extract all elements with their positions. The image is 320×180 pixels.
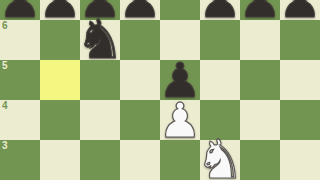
square-e7[interactable] [160,0,200,20]
rank-label-4: 4 [2,101,8,111]
square-d6[interactable] [120,20,160,60]
square-b3[interactable] [40,140,80,180]
square-f5[interactable] [200,60,240,100]
square-e4[interactable]: ♟ [160,100,200,140]
square-h6[interactable] [280,20,320,60]
square-f7[interactable]: ♟ [200,0,240,20]
piece-white-pawn-e4[interactable]: ♟ [160,100,200,140]
square-h5[interactable] [280,60,320,100]
square-a3[interactable]: 3 [0,140,40,180]
board-viewport: ♟♟♟♟♟♟♟6♞5♟4♟3♞ [0,0,320,180]
chess-board: ♟♟♟♟♟♟♟6♞5♟4♟3♞ [0,0,320,180]
square-a6[interactable]: 6 [0,20,40,60]
piece-black-pawn-b7[interactable]: ♟ [40,0,80,20]
square-d3[interactable] [120,140,160,180]
piece-black-pawn-a7[interactable]: ♟ [0,0,40,20]
square-d4[interactable] [120,100,160,140]
piece-black-knight-c6[interactable]: ♞ [80,20,120,60]
square-f3[interactable]: ♞ [200,140,240,180]
square-a5[interactable]: 5 [0,60,40,100]
square-g3[interactable] [240,140,280,180]
square-b5[interactable] [40,60,80,100]
piece-white-knight-f3[interactable]: ♞ [200,140,240,180]
square-h3[interactable] [280,140,320,180]
piece-black-pawn-g7[interactable]: ♟ [240,0,280,20]
square-e3[interactable] [160,140,200,180]
square-d5[interactable] [120,60,160,100]
square-g4[interactable] [240,100,280,140]
piece-black-pawn-f7[interactable]: ♟ [200,0,240,20]
piece-black-pawn-h7[interactable]: ♟ [280,0,320,20]
square-b7[interactable]: ♟ [40,0,80,20]
square-a7[interactable]: ♟ [0,0,40,20]
piece-black-pawn-d7[interactable]: ♟ [120,0,160,20]
square-h4[interactable] [280,100,320,140]
square-c3[interactable] [80,140,120,180]
rank-label-6: 6 [2,21,8,31]
rank-label-3: 3 [2,141,8,151]
square-g6[interactable] [240,20,280,60]
square-g7[interactable]: ♟ [240,0,280,20]
square-g5[interactable] [240,60,280,100]
square-b4[interactable] [40,100,80,140]
square-c4[interactable] [80,100,120,140]
square-c5[interactable] [80,60,120,100]
square-b6[interactable] [40,20,80,60]
square-f6[interactable] [200,20,240,60]
square-d7[interactable]: ♟ [120,0,160,20]
square-a4[interactable]: 4 [0,100,40,140]
square-c6[interactable]: ♞ [80,20,120,60]
square-h7[interactable]: ♟ [280,0,320,20]
rank-label-5: 5 [2,61,8,71]
